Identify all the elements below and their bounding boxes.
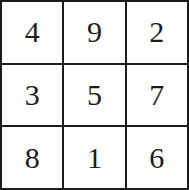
magic-square-board: 4 9 2 3 5 7 8 1 6 <box>0 0 189 190</box>
cell-r1c1: 5 <box>64 65 124 126</box>
cell-r1c2: 7 <box>127 65 187 126</box>
cell-r0c0: 4 <box>2 2 62 63</box>
cell-r1c0: 3 <box>2 65 62 126</box>
cell-r2c2: 6 <box>127 127 187 188</box>
cell-r2c1: 1 <box>64 127 124 188</box>
cell-r0c2: 2 <box>127 2 187 63</box>
cell-r2c0: 8 <box>2 127 62 188</box>
cell-r0c1: 9 <box>64 2 124 63</box>
